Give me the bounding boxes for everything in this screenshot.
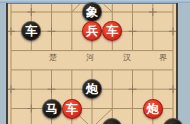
piece-red-车[interactable]: 车 — [102, 21, 122, 41]
piece-black-车[interactable]: 车 — [21, 21, 41, 41]
xiangqi-app-window: 楚河汉界 象车兵车炮马车炮 — [0, 0, 190, 124]
piece-black-unknown[interactable] — [163, 118, 183, 124]
xiangqi-board[interactable]: 楚河汉界 象车兵车炮马车炮 — [6, 0, 178, 124]
piece-red-车[interactable]: 车 — [62, 99, 82, 119]
piece-black-象[interactable]: 象 — [82, 2, 102, 22]
piece-black-炮[interactable]: 炮 — [82, 79, 102, 99]
piece-black-unknown[interactable] — [102, 118, 122, 124]
piece-red-兵[interactable]: 兵 — [82, 21, 102, 41]
piece-red-炮[interactable]: 炮 — [143, 99, 163, 119]
pieces-grid: 象车兵车炮马车炮 — [1, 0, 183, 124]
piece-black-马[interactable]: 马 — [42, 99, 62, 119]
